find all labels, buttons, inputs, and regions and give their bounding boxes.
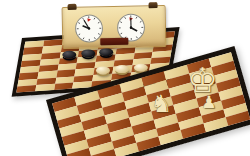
clock-brand-plate xyxy=(100,38,128,46)
product-photo: ♚♞♟ xyxy=(0,0,250,156)
checker-dark-piece xyxy=(62,50,76,58)
checker-dark-piece xyxy=(81,49,95,57)
chess-clock xyxy=(62,5,167,49)
board-square xyxy=(35,84,55,92)
clock-left-button xyxy=(68,4,77,10)
white-pawn: ♟ xyxy=(201,94,216,111)
board-square xyxy=(54,82,74,90)
checker-dark-piece xyxy=(100,48,114,56)
board-square xyxy=(16,85,36,93)
clock-right-button xyxy=(148,2,157,8)
white-knight: ♞ xyxy=(151,92,173,116)
board-square: ♞ xyxy=(151,105,176,120)
